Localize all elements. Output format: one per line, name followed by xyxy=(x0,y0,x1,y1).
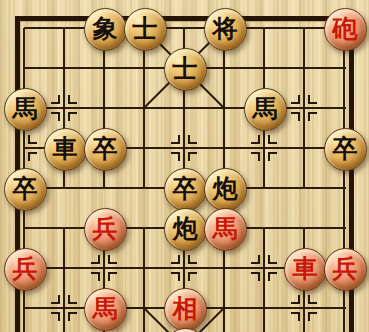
point-marker-corner xyxy=(51,312,60,321)
point-marker xyxy=(291,95,317,121)
piece-glyph: 馬 xyxy=(213,216,238,241)
point-marker-corner xyxy=(68,112,77,121)
point-marker xyxy=(251,135,277,161)
point-marker-corner xyxy=(188,152,197,161)
point-marker-corner xyxy=(51,95,60,104)
point-marker-corner xyxy=(68,95,77,104)
point-marker-corner xyxy=(28,135,37,144)
point-marker-corner xyxy=(51,112,60,121)
piece-red-elephant[interactable]: 相 xyxy=(164,288,207,331)
point-marker-corner xyxy=(251,272,260,281)
piece-glyph: 卒 xyxy=(173,176,198,201)
piece-red-soldier[interactable]: 兵 xyxy=(84,208,127,251)
point-marker-corner xyxy=(188,255,197,264)
point-marker xyxy=(291,295,317,321)
piece-red-horse[interactable]: 馬 xyxy=(84,288,127,331)
piece-black-cannon[interactable]: 炮 xyxy=(164,208,207,251)
point-marker-corner xyxy=(28,152,37,161)
piece-glyph: 馬 xyxy=(13,96,38,121)
point-marker-corner xyxy=(188,135,197,144)
piece-black-horse[interactable]: 馬 xyxy=(4,88,47,131)
piece-red-soldier[interactable]: 兵 xyxy=(324,248,367,291)
piece-black-soldier[interactable]: 卒 xyxy=(4,168,47,211)
point-marker-corner xyxy=(308,112,317,121)
point-marker-corner xyxy=(68,312,77,321)
point-marker-corner xyxy=(91,255,100,264)
point-marker-corner xyxy=(68,295,77,304)
piece-glyph: 士 xyxy=(133,16,158,41)
piece-black-soldier[interactable]: 卒 xyxy=(84,128,127,171)
piece-black-soldier[interactable]: 卒 xyxy=(164,168,207,211)
piece-black-cannon[interactable]: 炮 xyxy=(204,168,247,211)
board-line xyxy=(143,228,145,332)
point-marker xyxy=(251,255,277,281)
piece-black-general[interactable]: 将 xyxy=(204,8,247,51)
point-marker-corner xyxy=(108,255,117,264)
point-marker-corner xyxy=(108,272,117,281)
board-line xyxy=(24,27,346,29)
point-marker-corner xyxy=(91,272,100,281)
piece-glyph: 馬 xyxy=(93,296,118,321)
piece-glyph: 兵 xyxy=(93,216,118,241)
piece-glyph: 象 xyxy=(93,16,118,41)
point-marker-corner xyxy=(308,295,317,304)
piece-red-cannon[interactable]: 砲 xyxy=(324,8,367,51)
piece-glyph: 炮 xyxy=(173,216,198,241)
point-marker xyxy=(171,135,197,161)
point-marker-corner xyxy=(268,135,277,144)
point-marker xyxy=(51,95,77,121)
point-marker-corner xyxy=(291,112,300,121)
point-marker xyxy=(171,255,197,281)
point-marker-corner xyxy=(268,255,277,264)
point-marker-corner xyxy=(251,135,260,144)
point-marker-corner xyxy=(268,272,277,281)
piece-black-advisor[interactable]: 士 xyxy=(164,48,207,91)
point-marker xyxy=(91,255,117,281)
piece-glyph: 卒 xyxy=(333,136,358,161)
point-marker-corner xyxy=(188,272,197,281)
piece-glyph: 車 xyxy=(53,136,78,161)
xiangqi-board: 象士将砲士馬馬車卒卒卒卒炮炮兵馬兵車兵馬相 xyxy=(0,0,369,332)
point-marker-corner xyxy=(308,95,317,104)
piece-black-chariot[interactable]: 車 xyxy=(44,128,87,171)
piece-glyph: 兵 xyxy=(333,256,358,281)
point-marker-corner xyxy=(51,295,60,304)
point-marker-corner xyxy=(268,152,277,161)
point-marker-corner xyxy=(171,255,180,264)
piece-glyph: 卒 xyxy=(13,176,38,201)
piece-black-advisor[interactable]: 士 xyxy=(124,8,167,51)
piece-glyph: 兵 xyxy=(13,256,38,281)
piece-black-soldier[interactable]: 卒 xyxy=(324,128,367,171)
point-marker-corner xyxy=(171,135,180,144)
point-marker-corner xyxy=(291,295,300,304)
point-marker-corner xyxy=(171,272,180,281)
point-marker xyxy=(11,135,37,161)
piece-glyph: 馬 xyxy=(253,96,278,121)
piece-glyph: 相 xyxy=(173,296,198,321)
point-marker-corner xyxy=(251,255,260,264)
piece-black-horse[interactable]: 馬 xyxy=(244,88,287,131)
piece-red-horse[interactable]: 馬 xyxy=(204,208,247,251)
point-marker-corner xyxy=(171,152,180,161)
point-marker xyxy=(51,295,77,321)
piece-black-elephant[interactable]: 象 xyxy=(84,8,127,51)
piece-glyph: 将 xyxy=(213,16,238,41)
point-marker-corner xyxy=(291,95,300,104)
point-marker-corner xyxy=(308,312,317,321)
piece-glyph: 炮 xyxy=(213,176,238,201)
piece-red-chariot[interactable]: 車 xyxy=(284,248,327,291)
piece-glyph: 砲 xyxy=(333,16,358,41)
piece-glyph: 士 xyxy=(173,56,198,81)
point-marker-corner xyxy=(251,152,260,161)
point-marker-corner xyxy=(291,312,300,321)
piece-red-soldier[interactable]: 兵 xyxy=(4,248,47,291)
piece-glyph: 車 xyxy=(293,256,318,281)
piece-glyph: 卒 xyxy=(93,136,118,161)
